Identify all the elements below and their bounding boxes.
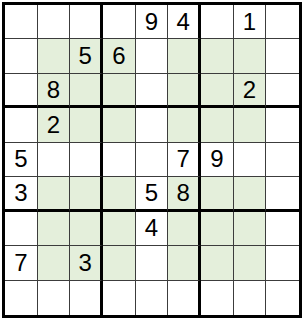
cell-r4c9[interactable] — [266, 108, 299, 142]
cell-r9c9[interactable] — [266, 281, 299, 315]
cell-r2c2[interactable] — [38, 39, 71, 73]
cell-r3c4[interactable] — [103, 74, 136, 108]
cell-r7c5[interactable]: 4 — [136, 212, 169, 246]
cell-r7c3[interactable] — [70, 212, 103, 246]
cell-r4c1[interactable] — [5, 108, 38, 142]
cell-r5c3[interactable] — [70, 143, 103, 177]
cell-r6c7[interactable] — [201, 177, 234, 211]
cell-r1c9[interactable] — [266, 5, 299, 39]
cell-r4c3[interactable] — [70, 108, 103, 142]
cell-r2c9[interactable] — [266, 39, 299, 73]
cell-r9c5[interactable] — [136, 281, 169, 315]
cell-r5c9[interactable] — [266, 143, 299, 177]
cell-r6c6[interactable]: 8 — [168, 177, 201, 211]
cell-r8c2[interactable] — [38, 246, 71, 280]
cell-r9c3[interactable] — [70, 281, 103, 315]
cell-r8c5[interactable] — [136, 246, 169, 280]
cell-r1c3[interactable] — [70, 5, 103, 39]
cell-r6c9[interactable] — [266, 177, 299, 211]
cell-r2c3[interactable]: 5 — [70, 39, 103, 73]
cell-r1c1[interactable] — [5, 5, 38, 39]
cell-r6c5[interactable]: 5 — [136, 177, 169, 211]
cell-r5c6[interactable]: 7 — [168, 143, 201, 177]
cell-r2c1[interactable] — [5, 39, 38, 73]
sudoku-page: 94156822579358473 — [0, 0, 304, 320]
cell-r5c2[interactable] — [38, 143, 71, 177]
cell-r9c1[interactable] — [5, 281, 38, 315]
cell-r1c8[interactable]: 1 — [234, 5, 267, 39]
cell-r4c4[interactable] — [103, 108, 136, 142]
cell-r1c4[interactable] — [103, 5, 136, 39]
cell-r9c6[interactable] — [168, 281, 201, 315]
cell-r9c8[interactable] — [234, 281, 267, 315]
cell-r3c6[interactable] — [168, 74, 201, 108]
cell-r1c6[interactable]: 4 — [168, 5, 201, 39]
cell-r4c8[interactable] — [234, 108, 267, 142]
cell-r5c7[interactable]: 9 — [201, 143, 234, 177]
cell-r2c4[interactable]: 6 — [103, 39, 136, 73]
cell-r9c4[interactable] — [103, 281, 136, 315]
cell-r3c5[interactable] — [136, 74, 169, 108]
cell-r8c4[interactable] — [103, 246, 136, 280]
cell-r4c6[interactable] — [168, 108, 201, 142]
cell-r1c5[interactable]: 9 — [136, 5, 169, 39]
cell-r6c3[interactable] — [70, 177, 103, 211]
cell-r2c8[interactable] — [234, 39, 267, 73]
cell-r1c7[interactable] — [201, 5, 234, 39]
cell-r1c2[interactable] — [38, 5, 71, 39]
cell-r7c9[interactable] — [266, 212, 299, 246]
cell-r4c7[interactable] — [201, 108, 234, 142]
cell-r2c6[interactable] — [168, 39, 201, 73]
cell-r3c7[interactable] — [201, 74, 234, 108]
cell-r8c7[interactable] — [201, 246, 234, 280]
cell-r3c9[interactable] — [266, 74, 299, 108]
cell-r5c8[interactable] — [234, 143, 267, 177]
cell-r2c5[interactable] — [136, 39, 169, 73]
cell-r8c1[interactable]: 7 — [5, 246, 38, 280]
cell-r3c1[interactable] — [5, 74, 38, 108]
cell-r6c8[interactable] — [234, 177, 267, 211]
sudoku-board: 94156822579358473 — [2, 2, 302, 318]
cell-r5c5[interactable] — [136, 143, 169, 177]
cell-r4c2[interactable]: 2 — [38, 108, 71, 142]
cell-r8c6[interactable] — [168, 246, 201, 280]
cell-r7c2[interactable] — [38, 212, 71, 246]
cell-r3c8[interactable]: 2 — [234, 74, 267, 108]
cell-r6c1[interactable]: 3 — [5, 177, 38, 211]
cell-r7c7[interactable] — [201, 212, 234, 246]
cell-r7c1[interactable] — [5, 212, 38, 246]
cell-r5c4[interactable] — [103, 143, 136, 177]
cell-r6c2[interactable] — [38, 177, 71, 211]
cell-r8c8[interactable] — [234, 246, 267, 280]
cell-r7c6[interactable] — [168, 212, 201, 246]
cell-r9c7[interactable] — [201, 281, 234, 315]
cell-r8c9[interactable] — [266, 246, 299, 280]
cell-r4c5[interactable] — [136, 108, 169, 142]
cell-r5c1[interactable]: 5 — [5, 143, 38, 177]
cell-r6c4[interactable] — [103, 177, 136, 211]
cell-r7c8[interactable] — [234, 212, 267, 246]
cell-r3c3[interactable] — [70, 74, 103, 108]
cell-r3c2[interactable]: 8 — [38, 74, 71, 108]
cell-r8c3[interactable]: 3 — [70, 246, 103, 280]
cell-r9c2[interactable] — [38, 281, 71, 315]
cell-r2c7[interactable] — [201, 39, 234, 73]
cell-r7c4[interactable] — [103, 212, 136, 246]
